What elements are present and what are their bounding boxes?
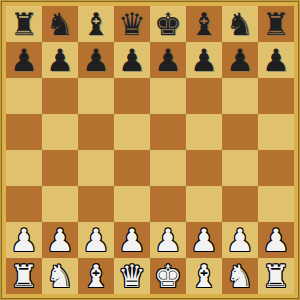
piece-white-pawn: ♟ bbox=[10, 222, 38, 258]
square-g2[interactable]: ♟ bbox=[222, 222, 258, 258]
piece-white-bishop: ♝ bbox=[82, 258, 110, 294]
square-h6[interactable] bbox=[258, 78, 294, 114]
square-g4[interactable] bbox=[222, 150, 258, 186]
square-c6[interactable] bbox=[78, 78, 114, 114]
square-g3[interactable] bbox=[222, 186, 258, 222]
square-f8[interactable]: ♝ bbox=[186, 6, 222, 42]
square-e2[interactable]: ♟ bbox=[150, 222, 186, 258]
square-b6[interactable] bbox=[42, 78, 78, 114]
piece-white-pawn: ♟ bbox=[262, 222, 290, 258]
square-d1[interactable]: ♛ bbox=[114, 258, 150, 294]
square-e5[interactable] bbox=[150, 114, 186, 150]
square-h4[interactable] bbox=[258, 150, 294, 186]
square-d2[interactable]: ♟ bbox=[114, 222, 150, 258]
square-e4[interactable] bbox=[150, 150, 186, 186]
piece-black-pawn: ♟ bbox=[154, 42, 182, 78]
square-b3[interactable] bbox=[42, 186, 78, 222]
board-frame: ♜♞♝♛♚♝♞♜♟♟♟♟♟♟♟♟♟♟♟♟♟♟♟♟♜♞♝♛♚♝♞♜ bbox=[0, 0, 300, 300]
square-e3[interactable] bbox=[150, 186, 186, 222]
square-a6[interactable] bbox=[6, 78, 42, 114]
square-c5[interactable] bbox=[78, 114, 114, 150]
piece-white-pawn: ♟ bbox=[190, 222, 218, 258]
square-a5[interactable] bbox=[6, 114, 42, 150]
square-c3[interactable] bbox=[78, 186, 114, 222]
square-f7[interactable]: ♟ bbox=[186, 42, 222, 78]
square-d7[interactable]: ♟ bbox=[114, 42, 150, 78]
piece-black-rook: ♜ bbox=[262, 6, 290, 42]
square-c1[interactable]: ♝ bbox=[78, 258, 114, 294]
piece-black-pawn: ♟ bbox=[226, 42, 254, 78]
square-c8[interactable]: ♝ bbox=[78, 6, 114, 42]
piece-white-rook: ♜ bbox=[10, 258, 38, 294]
piece-black-pawn: ♟ bbox=[82, 42, 110, 78]
piece-black-king: ♚ bbox=[154, 6, 182, 42]
piece-black-pawn: ♟ bbox=[118, 42, 146, 78]
piece-white-pawn: ♟ bbox=[82, 222, 110, 258]
square-f5[interactable] bbox=[186, 114, 222, 150]
square-e8[interactable]: ♚ bbox=[150, 6, 186, 42]
square-g6[interactable] bbox=[222, 78, 258, 114]
square-c2[interactable]: ♟ bbox=[78, 222, 114, 258]
square-b2[interactable]: ♟ bbox=[42, 222, 78, 258]
square-g1[interactable]: ♞ bbox=[222, 258, 258, 294]
square-h1[interactable]: ♜ bbox=[258, 258, 294, 294]
piece-black-bishop: ♝ bbox=[82, 6, 110, 42]
piece-white-pawn: ♟ bbox=[118, 222, 146, 258]
piece-black-bishop: ♝ bbox=[190, 6, 218, 42]
piece-black-pawn: ♟ bbox=[10, 42, 38, 78]
square-f1[interactable]: ♝ bbox=[186, 258, 222, 294]
square-a8[interactable]: ♜ bbox=[6, 6, 42, 42]
square-d6[interactable] bbox=[114, 78, 150, 114]
square-b1[interactable]: ♞ bbox=[42, 258, 78, 294]
square-h2[interactable]: ♟ bbox=[258, 222, 294, 258]
square-h5[interactable] bbox=[258, 114, 294, 150]
piece-white-king: ♚ bbox=[154, 258, 182, 294]
square-g5[interactable] bbox=[222, 114, 258, 150]
square-a3[interactable] bbox=[6, 186, 42, 222]
square-e1[interactable]: ♚ bbox=[150, 258, 186, 294]
piece-black-queen: ♛ bbox=[118, 6, 146, 42]
square-a4[interactable] bbox=[6, 150, 42, 186]
square-d4[interactable] bbox=[114, 150, 150, 186]
square-a1[interactable]: ♜ bbox=[6, 258, 42, 294]
square-g7[interactable]: ♟ bbox=[222, 42, 258, 78]
square-f2[interactable]: ♟ bbox=[186, 222, 222, 258]
chess-board: ♜♞♝♛♚♝♞♜♟♟♟♟♟♟♟♟♟♟♟♟♟♟♟♟♜♞♝♛♚♝♞♜ bbox=[6, 6, 294, 294]
square-b4[interactable] bbox=[42, 150, 78, 186]
piece-black-pawn: ♟ bbox=[190, 42, 218, 78]
piece-white-pawn: ♟ bbox=[154, 222, 182, 258]
square-d5[interactable] bbox=[114, 114, 150, 150]
piece-black-pawn: ♟ bbox=[46, 42, 74, 78]
piece-white-knight: ♞ bbox=[46, 258, 74, 294]
square-e7[interactable]: ♟ bbox=[150, 42, 186, 78]
square-h7[interactable]: ♟ bbox=[258, 42, 294, 78]
piece-black-pawn: ♟ bbox=[262, 42, 290, 78]
piece-black-knight: ♞ bbox=[226, 6, 254, 42]
square-h3[interactable] bbox=[258, 186, 294, 222]
square-d3[interactable] bbox=[114, 186, 150, 222]
piece-white-bishop: ♝ bbox=[190, 258, 218, 294]
square-g8[interactable]: ♞ bbox=[222, 6, 258, 42]
square-e6[interactable] bbox=[150, 78, 186, 114]
square-f6[interactable] bbox=[186, 78, 222, 114]
piece-black-knight: ♞ bbox=[46, 6, 74, 42]
piece-black-rook: ♜ bbox=[10, 6, 38, 42]
square-b5[interactable] bbox=[42, 114, 78, 150]
square-b8[interactable]: ♞ bbox=[42, 6, 78, 42]
square-c7[interactable]: ♟ bbox=[78, 42, 114, 78]
square-c4[interactable] bbox=[78, 150, 114, 186]
square-f3[interactable] bbox=[186, 186, 222, 222]
square-b7[interactable]: ♟ bbox=[42, 42, 78, 78]
square-f4[interactable] bbox=[186, 150, 222, 186]
square-h8[interactable]: ♜ bbox=[258, 6, 294, 42]
piece-white-queen: ♛ bbox=[118, 258, 146, 294]
square-a2[interactable]: ♟ bbox=[6, 222, 42, 258]
piece-white-rook: ♜ bbox=[262, 258, 290, 294]
piece-white-pawn: ♟ bbox=[46, 222, 74, 258]
square-a7[interactable]: ♟ bbox=[6, 42, 42, 78]
piece-white-knight: ♞ bbox=[226, 258, 254, 294]
piece-white-pawn: ♟ bbox=[226, 222, 254, 258]
square-d8[interactable]: ♛ bbox=[114, 6, 150, 42]
